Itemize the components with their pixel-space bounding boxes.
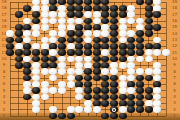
stone-white[interactable] [119,87,127,94]
stone-white[interactable] [84,106,92,113]
row-coordinate-left: 5 [0,89,8,93]
stone-white[interactable] [110,68,118,75]
stone-black[interactable] [67,30,75,37]
row-coordinate-right: 18 [170,6,179,10]
row-coordinate-left: 10 [0,57,8,61]
stone-white[interactable] [145,68,153,75]
stone-black[interactable] [32,87,40,94]
stone-white[interactable] [49,87,57,94]
stone-white[interactable] [84,30,92,37]
stone-black[interactable] [153,24,161,31]
stone-black[interactable] [136,0,144,5]
stone-black[interactable] [110,49,118,56]
stone-white[interactable] [153,106,161,113]
row-coordinate-right: 13 [170,38,179,42]
row-coordinate-right: 7 [170,76,179,80]
stone-white[interactable] [127,68,135,75]
stone-black[interactable] [15,62,23,69]
stone-black[interactable] [84,87,92,94]
stone-white[interactable] [75,87,83,94]
stone-black[interactable] [93,87,101,94]
stone-white[interactable] [119,30,127,37]
stone-black[interactable] [15,49,23,56]
stone-white[interactable] [127,11,135,18]
stone-white[interactable] [136,68,144,75]
stone-white[interactable] [49,18,57,25]
row-coordinate-right: 19 [170,0,179,4]
stone-black[interactable] [23,94,31,101]
row-coordinate-left: 1 [0,114,8,118]
stone-white[interactable] [23,30,31,37]
stone-black[interactable] [110,87,118,94]
stone-black[interactable] [23,49,31,56]
stone-white[interactable] [93,106,101,113]
row-coordinate-right: 14 [170,32,179,36]
stone-black[interactable] [23,68,31,75]
row-coordinate-left: 4 [0,95,8,99]
stone-white[interactable] [41,87,49,94]
stone-black[interactable] [136,106,144,113]
row-coordinate-left: 17 [0,13,8,17]
grid-line-horizontal [10,116,166,117]
stone-black[interactable] [93,75,101,82]
row-coordinate-right: 2 [170,108,179,112]
stone-white[interactable] [67,81,75,88]
stone-white[interactable] [32,30,40,37]
stone-black[interactable] [32,11,40,18]
stone-black[interactable] [41,49,49,56]
stone-white[interactable] [145,49,153,56]
row-coordinate-left: 15 [0,25,8,29]
stone-white[interactable] [58,11,66,18]
stone-black[interactable] [84,68,92,75]
stone-white[interactable] [67,56,75,63]
stone-black[interactable] [145,30,153,37]
stone-white[interactable] [153,68,161,75]
row-coordinate-left: 3 [0,101,8,105]
stone-black[interactable] [15,30,23,37]
stone-white[interactable] [58,30,66,37]
last-move-marker-icon [112,108,116,112]
stone-white[interactable] [93,30,101,37]
stone-black[interactable] [32,49,40,56]
stone-black[interactable] [15,11,23,18]
stone-black[interactable] [75,30,83,37]
row-coordinate-right: 10 [170,57,179,61]
row-coordinate-right: 17 [170,13,179,17]
row-coordinate-left: 16 [0,19,8,23]
stone-white[interactable] [101,30,109,37]
stone-black[interactable] [145,11,153,18]
stone-white[interactable] [49,75,57,82]
stone-white[interactable] [6,30,14,37]
stone-black[interactable] [101,11,109,18]
row-coordinate-left: 7 [0,76,8,80]
stone-black[interactable] [110,30,118,37]
stone-white[interactable] [153,87,161,94]
row-coordinate-right: 6 [170,82,179,86]
stone-black[interactable] [93,49,101,56]
stone-black[interactable] [136,49,144,56]
stone-white[interactable] [127,18,135,25]
stone-white[interactable] [127,87,135,94]
row-coordinate-left: 9 [0,63,8,67]
stone-white[interactable] [153,49,161,56]
stone-white[interactable] [49,68,57,75]
stone-black[interactable] [58,49,66,56]
stone-white[interactable] [101,49,109,56]
stone-black[interactable] [75,49,83,56]
stone-black[interactable] [101,100,109,107]
stone-white[interactable] [75,94,83,101]
stone-white[interactable] [75,68,83,75]
row-coordinate-right: 5 [170,89,179,93]
stone-black[interactable] [6,49,14,56]
stone-white[interactable] [136,56,144,63]
row-coordinate-right: 11 [170,51,179,55]
stone-black[interactable] [127,49,135,56]
stone-black[interactable] [119,49,127,56]
stone-white[interactable] [119,62,127,69]
stone-white[interactable] [49,49,57,56]
stone-black[interactable] [110,11,118,18]
stone-black[interactable] [93,68,101,75]
go-board[interactable]: 1919181817171616151514141313121211111010… [0,0,180,120]
row-coordinate-right: 15 [170,25,179,29]
row-coordinate-right: 16 [170,19,179,23]
stone-white[interactable] [162,49,170,56]
stone-white[interactable] [93,11,101,18]
stone-black[interactable] [119,11,127,18]
stone-black[interactable] [84,49,92,56]
stone-white[interactable] [23,87,31,94]
stone-black[interactable] [145,87,153,94]
row-coordinate-right: 4 [170,95,179,99]
row-coordinate-left: 6 [0,82,8,86]
row-coordinate-right: 3 [170,101,179,105]
stone-black[interactable] [153,11,161,18]
stone-white[interactable] [67,106,75,113]
stone-black[interactable] [145,75,153,82]
stone-black[interactable] [145,106,153,113]
row-coordinate-left: 18 [0,6,8,10]
stone-white[interactable] [67,68,75,75]
stone-white[interactable] [58,68,66,75]
stone-white[interactable] [41,68,49,75]
stone-white[interactable] [32,106,40,113]
stone-black-marked[interactable] [110,106,118,113]
stone-black[interactable] [136,87,144,94]
stone-black[interactable] [127,106,135,113]
row-coordinate-left: 19 [0,0,8,4]
stone-black[interactable] [136,30,144,37]
stone-black[interactable] [67,11,75,18]
row-coordinate-right: 8 [170,70,179,74]
stone-white[interactable] [119,106,127,113]
stone-white[interactable] [145,56,153,63]
stone-black[interactable] [67,113,75,120]
stone-white[interactable] [49,106,57,113]
stone-black[interactable] [101,87,109,94]
stone-black[interactable] [67,49,75,56]
stone-white[interactable] [41,24,49,31]
stone-white[interactable] [75,106,83,113]
row-coordinate-left: 2 [0,108,8,112]
stone-white[interactable] [101,68,109,75]
row-coordinate-right: 9 [170,63,179,67]
stone-white[interactable] [41,11,49,18]
stone-white[interactable] [41,94,49,101]
row-coordinate-left: 8 [0,70,8,74]
row-coordinate-right: 12 [170,44,179,48]
stone-white[interactable] [32,68,40,75]
stone-white[interactable] [127,30,135,37]
stone-black[interactable] [23,5,31,12]
stone-black[interactable] [119,113,127,120]
row-coordinate-right: 1 [170,114,179,118]
stone-black[interactable] [75,11,83,18]
stone-white[interactable] [49,30,57,37]
stone-white[interactable] [49,11,57,18]
stone-white[interactable] [84,11,92,18]
stone-white[interactable] [58,87,66,94]
